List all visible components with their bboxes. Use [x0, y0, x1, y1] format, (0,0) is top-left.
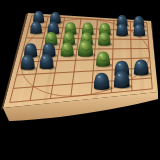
game-board [0, 0, 160, 160]
tafl-board-photo [0, 0, 160, 160]
